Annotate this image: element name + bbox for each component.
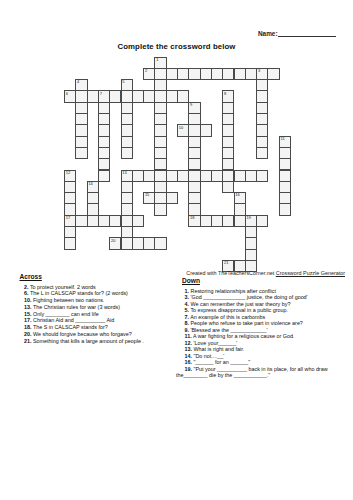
crossword-cell[interactable]: [98, 170, 110, 182]
cell-number: 5: [122, 80, 124, 84]
name-label: Name:: [258, 30, 278, 37]
down-clue-list: 1. Restoring relationships after conflic…: [176, 288, 346, 379]
across-clue-13: 13. The Christian rules for war (3 words…: [20, 304, 180, 311]
crossword-cell[interactable]: [256, 215, 268, 227]
crossword-cell[interactable]: [64, 237, 76, 249]
worksheet-page: Name: Complete the crossword below 12345…: [0, 0, 353, 500]
crossword-cell[interactable]: [154, 203, 166, 215]
across-clue-10: 10. Fighting between two nations.: [20, 297, 180, 304]
cell-number: 16: [235, 193, 239, 197]
cell-number: 13: [122, 171, 126, 175]
crossword-cell[interactable]: [166, 192, 178, 204]
crossword-cell[interactable]: [154, 237, 166, 249]
cell-number: 4: [77, 80, 79, 84]
cell-number: 3: [258, 69, 260, 73]
crossword-cell[interactable]: [256, 147, 268, 159]
down-clue-19: 19. "Put your __________ back in its pla…: [176, 366, 346, 379]
cell-number: 12: [66, 171, 70, 175]
crossword-cell[interactable]: [121, 147, 133, 159]
across-clue-2: 2. To protect yourself. 2 words: [20, 284, 180, 291]
crossword-cell[interactable]: [200, 124, 212, 136]
across-clue-20: 20. We should forgive because who forgav…: [20, 331, 180, 338]
across-clues-section: Across 2. To protect yourself. 2 words6.…: [20, 273, 180, 345]
cell-number: 9: [190, 103, 192, 107]
credit-text: Created with TheTeachersCorner.net: [186, 270, 276, 276]
cell-number: 18: [190, 216, 194, 220]
cell-number: 17: [66, 216, 70, 220]
name-blank-line[interactable]: [278, 29, 336, 37]
name-field: Name:: [258, 29, 336, 37]
across-clue-17: 17. Christian Aid and __________ Aid: [20, 317, 180, 324]
down-clues-section: Down 1. Restoring relationships after co…: [176, 277, 346, 379]
cell-number: 20: [111, 239, 115, 243]
crossword-cell[interactable]: [256, 170, 268, 182]
across-clue-18: 18. The S in CALSCAP stands for?: [20, 324, 180, 331]
cell-number: 1: [156, 58, 158, 62]
credit-line: Created with TheTeachersCorner.net Cross…: [186, 270, 345, 276]
cell-number: 10: [179, 126, 183, 130]
cell-number: 7: [100, 92, 102, 96]
cell-number: 8: [224, 92, 226, 96]
cell-number: 2: [145, 69, 147, 73]
page-title: Complete the crossword below: [0, 42, 353, 51]
across-clue-list: 2. To protect yourself. 2 words6. The L …: [20, 284, 180, 345]
cell-number: 15: [145, 193, 149, 197]
across-heading: Across: [20, 273, 180, 280]
cell-number: 19: [247, 216, 251, 220]
crossword-cell[interactable]: [132, 215, 144, 227]
crossword-cell[interactable]: [267, 68, 279, 80]
cell-number: 14: [88, 182, 92, 186]
across-clue-21: 21. Something that kills a large amount …: [20, 338, 180, 345]
cell-number: 6: [66, 92, 68, 96]
crossword-cell[interactable]: [279, 203, 291, 215]
across-clue-6: 6. The L in CALSCAP stands for? (2 words…: [20, 290, 180, 297]
cell-number: 11: [280, 137, 284, 141]
across-clue-15: 15. Only ________ can end life: [20, 311, 180, 318]
crossword-cell[interactable]: [75, 147, 87, 159]
down-heading: Down: [182, 277, 346, 284]
cell-number: 21: [224, 261, 228, 265]
credit-link[interactable]: Crossword Puzzle Generator: [276, 270, 345, 276]
